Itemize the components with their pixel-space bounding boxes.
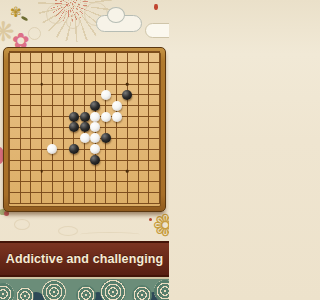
leaf-icon: [21, 16, 29, 22]
wave-swirl-icon: [16, 287, 34, 300]
cloud-swirl-icon: [14, 219, 30, 230]
banner-text: Addictive and challenging: [6, 252, 163, 266]
cloud-swirl-icon: [58, 226, 78, 236]
cloud-swirl-icon: [80, 232, 140, 237]
star-point: [126, 170, 129, 173]
screen: { "game": "gomoku", "banner": { "text": …: [0, 0, 169, 300]
stone-black[interactable]: [69, 112, 79, 122]
star-point: [40, 83, 43, 86]
cloud-icon: [107, 7, 125, 23]
wave-swirl-icon: [132, 285, 152, 300]
stone-black[interactable]: [80, 112, 90, 122]
stone-white[interactable]: [112, 112, 122, 122]
stone-black[interactable]: [122, 90, 132, 100]
stone-black[interactable]: [90, 155, 100, 165]
wave-swirl-icon: [76, 285, 96, 300]
cloud-swirl-icon: [46, 4, 66, 24]
cloud-icon: [145, 23, 169, 38]
stone-white[interactable]: [90, 133, 100, 143]
stone-white[interactable]: [101, 112, 111, 122]
stone-black[interactable]: [90, 101, 100, 111]
stone-white[interactable]: [90, 144, 100, 154]
wave-decoration: [0, 277, 169, 300]
cloud-swirl-icon: [28, 27, 41, 40]
gold-chrysanthemum-icon: ❁: [153, 211, 169, 241]
flower-bud-icon: [149, 218, 152, 221]
stone-white[interactable]: [47, 144, 57, 154]
stone-white[interactable]: [90, 112, 100, 122]
stone-white[interactable]: [80, 133, 90, 143]
wave-swirl-icon: [0, 283, 14, 300]
star-point: [40, 170, 43, 173]
stone-black[interactable]: [69, 122, 79, 132]
stone-black[interactable]: [80, 122, 90, 132]
board-grid[interactable]: [9, 51, 160, 204]
stone-white[interactable]: [112, 101, 122, 111]
wave-swirl-icon: [42, 280, 66, 300]
star-point: [126, 83, 129, 86]
promo-banner: Addictive and challenging: [0, 241, 169, 277]
stone-black[interactable]: [69, 144, 79, 154]
red-tassel-icon: [154, 4, 158, 10]
wave-swirl-icon: [154, 280, 169, 300]
stone-white[interactable]: [90, 122, 100, 132]
cloud-swirl-icon: [66, 15, 80, 29]
stone-white[interactable]: [101, 90, 111, 100]
stone-black[interactable]: [101, 133, 111, 143]
wave-swirl-icon: [100, 279, 126, 300]
